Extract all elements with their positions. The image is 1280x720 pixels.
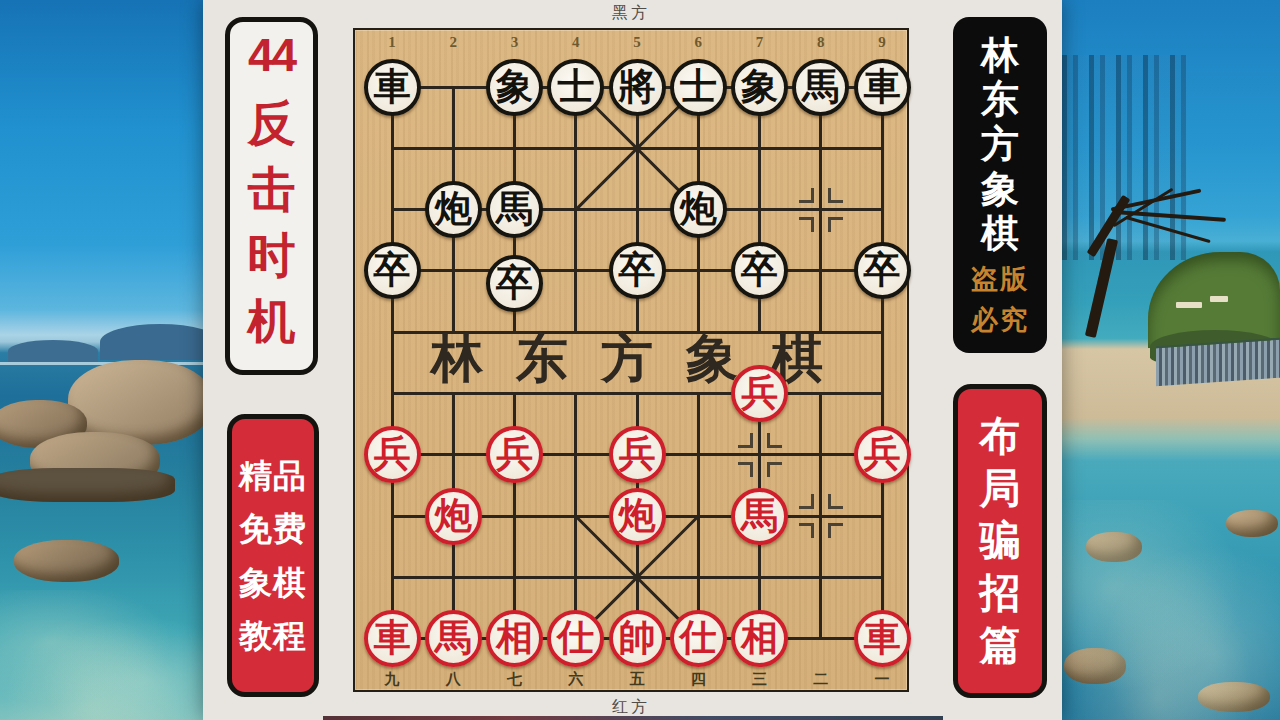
red-piece-馬[interactable]: 馬: [731, 488, 788, 545]
red-piece-仕[interactable]: 仕: [547, 610, 604, 667]
marker-corner: [799, 523, 814, 538]
red-piece-車[interactable]: 車: [364, 610, 421, 667]
file-label-top: 4: [561, 34, 591, 51]
piece-glyph: 帥: [619, 619, 656, 656]
river-watermark-char: 象: [682, 330, 742, 388]
file-label-bottom: 二: [806, 670, 836, 689]
piece-glyph: 馬: [802, 68, 839, 105]
brand-char: 东: [981, 80, 1019, 118]
marker-corner: [767, 462, 782, 477]
black-piece-卒[interactable]: 卒: [854, 242, 911, 299]
red-piece-兵[interactable]: 兵: [731, 365, 788, 422]
file-label-bottom: 八: [438, 670, 468, 689]
rock-ledge: [0, 468, 175, 502]
file-label-top: 6: [683, 34, 713, 51]
piece-glyph: 兵: [374, 435, 411, 472]
black-piece-象[interactable]: 象: [486, 59, 543, 116]
warning-row: 必究: [971, 307, 1029, 334]
warning-row: 盗版: [971, 266, 1029, 293]
marker-corner: [738, 433, 753, 448]
piece-glyph: 炮: [619, 497, 656, 534]
brand-card: 林东方象棋 盗版必究: [953, 17, 1047, 353]
title-char: 反: [248, 100, 296, 148]
video-frame: 黑方 红方 44 反击时机 精品免费象棋教程 林东方象棋 盗版必究 布局骗招篇 …: [0, 0, 1280, 720]
village-houses: [1210, 296, 1228, 302]
beach-photo-left: [0, 0, 206, 720]
series-char: 篇: [980, 625, 1021, 666]
series-char: 布: [980, 416, 1021, 457]
marker-corner: [828, 217, 843, 232]
last-move-marker: [799, 188, 843, 232]
brand-char: 方: [981, 125, 1019, 163]
tag-row: 免费: [239, 512, 307, 545]
marker-corner: [799, 188, 814, 203]
xiangqi-board[interactable]: 123456789九八七六五四三二一林东方象棋車象士將士象馬車炮馬炮卒卒卒卒卒兵…: [353, 28, 909, 692]
red-piece-車[interactable]: 車: [854, 610, 911, 667]
brand-char: 林: [981, 36, 1019, 74]
island: [8, 340, 98, 362]
piece-glyph: 車: [864, 619, 901, 656]
piece-glyph: 兵: [619, 435, 656, 472]
mountain: [100, 324, 206, 360]
title-char: 时: [248, 232, 296, 280]
brand-char: 象: [981, 170, 1019, 208]
piece-glyph: 卒: [374, 251, 411, 288]
file-label-top: 1: [377, 34, 407, 51]
black-piece-卒[interactable]: 卒: [731, 242, 788, 299]
black-piece-士[interactable]: 士: [547, 59, 604, 116]
piece-glyph: 兵: [741, 374, 778, 411]
black-piece-卒[interactable]: 卒: [364, 242, 421, 299]
red-piece-兵[interactable]: 兵: [486, 426, 543, 483]
black-piece-車[interactable]: 車: [364, 59, 421, 116]
piece-glyph: 兵: [864, 435, 901, 472]
tag-row: 象棋: [239, 566, 307, 599]
title-char: 机: [248, 298, 296, 346]
beach-photo-right: [1058, 0, 1280, 720]
red-piece-兵[interactable]: 兵: [854, 426, 911, 483]
piece-glyph: 炮: [680, 190, 717, 227]
file-label-bottom: 三: [745, 670, 775, 689]
piece-glyph: 卒: [496, 264, 533, 301]
red-piece-相[interactable]: 相: [486, 610, 543, 667]
marker-corner: [828, 494, 843, 509]
piece-glyph: 士: [557, 68, 594, 105]
grid-line: [881, 86, 884, 641]
red-piece-兵[interactable]: 兵: [609, 426, 666, 483]
piece-glyph: 炮: [435, 497, 472, 534]
brand-chars: 林东方象棋: [953, 29, 1047, 259]
piece-glyph: 車: [374, 68, 411, 105]
episode-number: 44: [248, 28, 295, 82]
episode-title-chars: 反击时机: [230, 82, 313, 364]
black-piece-馬[interactable]: 馬: [792, 59, 849, 116]
red-piece-相[interactable]: 相: [731, 610, 788, 667]
marker-corner: [738, 462, 753, 477]
village-houses: [1176, 302, 1202, 308]
series-title-card: 布局骗招篇: [953, 384, 1047, 698]
file-label-bottom: 五: [622, 670, 652, 689]
file-label-top: 3: [500, 34, 530, 51]
piece-glyph: 車: [374, 619, 411, 656]
piece-glyph: 馬: [496, 190, 533, 227]
piece-glyph: 仕: [680, 619, 717, 656]
file-label-top: 8: [806, 34, 836, 51]
file-label-bottom: 六: [561, 670, 591, 689]
red-piece-仕[interactable]: 仕: [670, 610, 727, 667]
file-label-top: 5: [622, 34, 652, 51]
river-watermark-char: 林: [427, 330, 487, 388]
red-piece-兵[interactable]: 兵: [364, 426, 421, 483]
piece-glyph: 兵: [496, 435, 533, 472]
red-piece-炮[interactable]: 炮: [425, 488, 482, 545]
river-watermark-char: 方: [597, 330, 657, 388]
black-piece-炮[interactable]: 炮: [425, 181, 482, 238]
tag-row: 教程: [239, 619, 307, 652]
file-label-top: 2: [438, 34, 468, 51]
red-piece-帥[interactable]: 帥: [609, 610, 666, 667]
piece-glyph: 象: [496, 68, 533, 105]
piece-glyph: 卒: [864, 251, 901, 288]
file-label-bottom: 七: [500, 670, 530, 689]
piece-glyph: 卒: [741, 251, 778, 288]
water-caustics: [0, 590, 206, 720]
piece-glyph: 馬: [435, 619, 472, 656]
marker-corner: [799, 494, 814, 509]
piece-glyph: 卒: [619, 251, 656, 288]
piece-glyph: 馬: [741, 497, 778, 534]
black-side-label: 黑方: [353, 3, 909, 24]
piece-glyph: 炮: [435, 190, 472, 227]
brand-char: 棋: [981, 214, 1019, 252]
black-piece-卒[interactable]: 卒: [486, 255, 543, 312]
black-piece-馬[interactable]: 馬: [486, 181, 543, 238]
episode-title-card: 44 反击时机: [225, 17, 318, 375]
red-side-label: 红方: [353, 697, 909, 718]
copyright-warning: 盗版必究: [953, 259, 1047, 341]
black-piece-士[interactable]: 士: [670, 59, 727, 116]
series-char: 骗: [980, 520, 1021, 561]
grid-line: [391, 86, 394, 641]
piece-glyph: 仕: [557, 619, 594, 656]
black-piece-將[interactable]: 將: [609, 59, 666, 116]
submerged-rock: [14, 540, 119, 582]
beach-fence: [1156, 338, 1280, 387]
water-caustics: [1058, 500, 1280, 720]
piece-glyph: 相: [496, 619, 533, 656]
black-piece-象[interactable]: 象: [731, 59, 788, 116]
piece-glyph: 象: [741, 68, 778, 105]
tag-row: 精品: [239, 459, 307, 492]
file-label-top: 7: [745, 34, 775, 51]
piece-glyph: 將: [619, 68, 656, 105]
piece-glyph: 車: [864, 68, 901, 105]
series-char: 招: [980, 573, 1021, 614]
file-label-bottom: 四: [683, 670, 713, 689]
red-piece-馬[interactable]: 馬: [425, 610, 482, 667]
file-label-top: 9: [867, 34, 897, 51]
file-label-bottom: 九: [377, 670, 407, 689]
black-piece-車[interactable]: 車: [854, 59, 911, 116]
marker-corner: [799, 217, 814, 232]
last-move-marker: [799, 494, 843, 538]
black-piece-炮[interactable]: 炮: [670, 181, 727, 238]
marker-corner: [828, 188, 843, 203]
marker-corner: [828, 523, 843, 538]
series-char: 局: [980, 468, 1021, 509]
black-piece-卒[interactable]: 卒: [609, 242, 666, 299]
file-label-bottom: 一: [867, 670, 897, 689]
piece-glyph: 相: [741, 619, 778, 656]
piece-glyph: 士: [680, 68, 717, 105]
river-watermark-char: 东: [512, 330, 572, 388]
channel-tag-card: 精品免费象棋教程: [227, 414, 319, 697]
title-char: 击: [248, 166, 296, 214]
marker-corner: [767, 433, 782, 448]
last-move-marker: [738, 433, 782, 477]
red-piece-炮[interactable]: 炮: [609, 488, 666, 545]
